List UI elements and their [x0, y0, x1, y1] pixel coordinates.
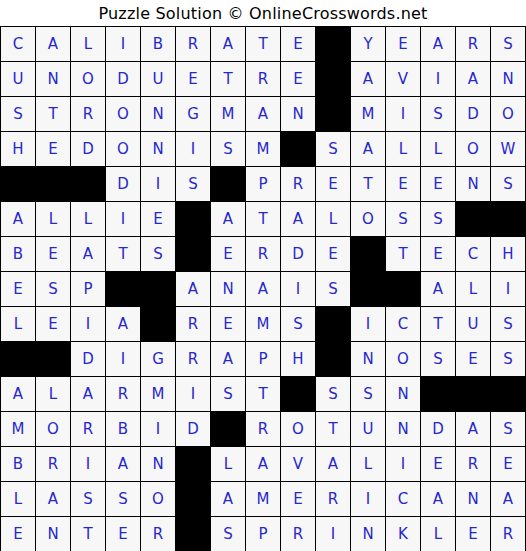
letter-cell: R [36, 447, 71, 482]
letter-cell: A [211, 27, 246, 62]
letter-cell: E [281, 62, 316, 97]
letter-cell: N [351, 342, 386, 377]
letter-cell: T [211, 62, 246, 97]
letter-cell: U [141, 62, 176, 97]
letter-cell: S [316, 132, 351, 167]
letter-cell: B [1, 447, 36, 482]
letter-cell: E [316, 237, 351, 272]
letter-cell: R [141, 517, 176, 551]
black-cell [176, 517, 211, 551]
letter-cell: L [211, 447, 246, 482]
letter-cell: E [456, 517, 491, 551]
letter-cell: E [36, 237, 71, 272]
black-cell [36, 342, 71, 377]
letter-cell: N [386, 377, 421, 412]
letter-cell: A [246, 447, 281, 482]
letter-cell: O [491, 97, 526, 132]
black-cell [316, 97, 351, 132]
letter-cell: R [281, 517, 316, 551]
letter-cell: L [71, 27, 106, 62]
letter-cell: E [176, 62, 211, 97]
letter-cell: A [211, 202, 246, 237]
letter-cell: S [176, 167, 211, 202]
letter-cell: I [141, 412, 176, 447]
letter-cell: N [456, 167, 491, 202]
letter-cell: S [211, 132, 246, 167]
letter-cell: E [421, 447, 456, 482]
black-cell [36, 167, 71, 202]
black-cell [176, 482, 211, 517]
crossword-grid: CALIBRATEYEARSUNODUETREAVIANSTRONGMANMIS… [0, 26, 526, 551]
black-cell [421, 377, 456, 412]
letter-cell: E [36, 132, 71, 167]
letter-cell: E [211, 307, 246, 342]
letter-cell: N [386, 412, 421, 447]
letter-cell: D [106, 62, 141, 97]
letter-cell: S [351, 377, 386, 412]
letter-cell: T [106, 237, 141, 272]
letter-cell: I [106, 342, 141, 377]
black-cell [141, 307, 176, 342]
letter-cell: S [141, 237, 176, 272]
letter-cell: A [316, 447, 351, 482]
letter-cell: N [456, 482, 491, 517]
letter-cell: S [71, 482, 106, 517]
letter-cell: S [421, 97, 456, 132]
letter-cell: U [351, 412, 386, 447]
letter-cell: D [71, 132, 106, 167]
letter-cell: L [36, 202, 71, 237]
letter-cell: L [421, 132, 456, 167]
letter-cell: A [421, 27, 456, 62]
letter-cell: I [491, 272, 526, 307]
letter-cell: S [211, 377, 246, 412]
black-cell [1, 167, 36, 202]
black-cell [211, 167, 246, 202]
black-cell [386, 272, 421, 307]
letter-cell: E [316, 167, 351, 202]
letter-cell: P [246, 167, 281, 202]
black-cell [316, 307, 351, 342]
black-cell [491, 202, 526, 237]
letter-cell: A [351, 132, 386, 167]
letter-cell: B [1, 237, 36, 272]
letter-cell: I [176, 132, 211, 167]
black-cell [316, 27, 351, 62]
black-cell [71, 167, 106, 202]
letter-cell: D [106, 167, 141, 202]
letter-cell: L [36, 377, 71, 412]
letter-cell: E [106, 517, 141, 551]
letter-cell: L [386, 132, 421, 167]
letter-cell: D [281, 237, 316, 272]
letter-cell: S [421, 202, 456, 237]
letter-cell: N [36, 62, 71, 97]
letter-cell: S [491, 342, 526, 377]
letter-cell: T [246, 377, 281, 412]
letter-cell: K [386, 517, 421, 551]
letter-cell: S [316, 272, 351, 307]
letter-cell: R [316, 482, 351, 517]
letter-cell: S [491, 27, 526, 62]
letter-cell: O [281, 412, 316, 447]
letter-cell: A [176, 272, 211, 307]
letter-cell: V [386, 62, 421, 97]
letter-cell: R [246, 412, 281, 447]
letter-cell: S [281, 307, 316, 342]
letter-cell: S [1, 97, 36, 132]
letter-cell: R [71, 412, 106, 447]
letter-cell: O [386, 342, 421, 377]
letter-cell: A [71, 237, 106, 272]
black-cell [351, 272, 386, 307]
letter-cell: N [141, 132, 176, 167]
letter-cell: S [316, 377, 351, 412]
letter-cell: C [386, 307, 421, 342]
letter-cell: S [36, 272, 71, 307]
black-cell [456, 202, 491, 237]
letter-cell: A [351, 62, 386, 97]
letter-cell: T [246, 202, 281, 237]
letter-cell: A [1, 377, 36, 412]
letter-cell: A [71, 377, 106, 412]
letter-cell: U [456, 307, 491, 342]
letter-cell: R [456, 447, 491, 482]
letter-cell: M [246, 132, 281, 167]
letter-cell: I [71, 307, 106, 342]
letter-cell: P [71, 272, 106, 307]
black-cell [176, 202, 211, 237]
black-cell [281, 132, 316, 167]
black-cell [491, 377, 526, 412]
letter-cell: T [36, 97, 71, 132]
letter-cell: R [71, 97, 106, 132]
letter-cell: E [386, 27, 421, 62]
letter-cell: T [246, 27, 281, 62]
letter-cell: V [281, 447, 316, 482]
letter-cell: U [1, 62, 36, 97]
letter-cell: M [351, 97, 386, 132]
letter-cell: I [386, 97, 421, 132]
black-cell [316, 342, 351, 377]
letter-cell: D [421, 412, 456, 447]
letter-cell: M [211, 97, 246, 132]
letter-cell: A [421, 272, 456, 307]
letter-cell: D [456, 97, 491, 132]
letter-cell: L [1, 482, 36, 517]
letter-cell: R [456, 27, 491, 62]
letter-cell: E [386, 167, 421, 202]
letter-cell: A [421, 482, 456, 517]
letter-cell: I [386, 447, 421, 482]
black-cell [456, 377, 491, 412]
letter-cell: O [106, 132, 141, 167]
letter-cell: A [456, 412, 491, 447]
letter-cell: N [141, 447, 176, 482]
letter-cell: A [246, 97, 281, 132]
black-cell [176, 447, 211, 482]
letter-cell: S [106, 482, 141, 517]
letter-cell: T [351, 167, 386, 202]
letter-cell: L [316, 202, 351, 237]
letter-cell: A [1, 202, 36, 237]
letter-cell: L [456, 272, 491, 307]
letter-cell: H [1, 132, 36, 167]
letter-cell: S [491, 412, 526, 447]
letter-cell: R [176, 307, 211, 342]
letter-cell: M [141, 377, 176, 412]
letter-cell: A [246, 272, 281, 307]
letter-cell: O [456, 132, 491, 167]
letter-cell: O [106, 97, 141, 132]
letter-cell: I [176, 377, 211, 412]
letter-cell: D [71, 342, 106, 377]
letter-cell: O [351, 202, 386, 237]
letter-cell: A [281, 202, 316, 237]
letter-cell: E [211, 237, 246, 272]
letter-cell: O [36, 412, 71, 447]
letter-cell: E [36, 307, 71, 342]
letter-cell: N [281, 97, 316, 132]
letter-cell: T [386, 237, 421, 272]
letter-cell: B [106, 412, 141, 447]
letter-cell: N [491, 62, 526, 97]
letter-cell: S [421, 342, 456, 377]
letter-cell: R [491, 517, 526, 551]
letter-cell: W [491, 132, 526, 167]
letter-cell: N [141, 97, 176, 132]
letter-cell: B [141, 27, 176, 62]
letter-cell: C [456, 237, 491, 272]
letter-cell: I [71, 447, 106, 482]
letter-cell: O [71, 62, 106, 97]
letter-cell: E [1, 517, 36, 551]
letter-cell: Y [351, 27, 386, 62]
black-cell [211, 412, 246, 447]
letter-cell: R [246, 62, 281, 97]
black-cell [351, 237, 386, 272]
letter-cell: N [36, 517, 71, 551]
letter-cell: I [316, 517, 351, 551]
letter-cell: H [281, 342, 316, 377]
letter-cell: T [71, 517, 106, 551]
letter-cell: I [106, 27, 141, 62]
letter-cell: A [106, 307, 141, 342]
letter-cell: R [106, 377, 141, 412]
letter-cell: O [141, 482, 176, 517]
letter-cell: A [211, 482, 246, 517]
letter-cell: L [1, 307, 36, 342]
letter-cell: G [141, 342, 176, 377]
letter-cell: E [281, 482, 316, 517]
letter-cell: S [386, 202, 421, 237]
black-cell [176, 237, 211, 272]
letter-cell: L [71, 202, 106, 237]
letter-cell: E [421, 167, 456, 202]
letter-cell: A [106, 447, 141, 482]
page-title: Puzzle Solution © OnlineCrosswords.net [0, 0, 526, 26]
letter-cell: A [211, 342, 246, 377]
letter-cell: D [176, 412, 211, 447]
letter-cell: P [246, 342, 281, 377]
letter-cell: G [176, 97, 211, 132]
letter-cell: I [351, 307, 386, 342]
letter-cell: R [246, 237, 281, 272]
letter-cell: M [1, 412, 36, 447]
letter-cell: A [491, 482, 526, 517]
letter-cell: S [211, 517, 246, 551]
letter-cell: E [141, 202, 176, 237]
black-cell [106, 272, 141, 307]
letter-cell: S [491, 167, 526, 202]
letter-cell: E [491, 447, 526, 482]
letter-cell: I [141, 167, 176, 202]
letter-cell: I [281, 272, 316, 307]
letter-cell: L [421, 517, 456, 551]
letter-cell: S [491, 307, 526, 342]
letter-cell: C [1, 27, 36, 62]
letter-cell: R [176, 342, 211, 377]
letter-cell: R [176, 27, 211, 62]
letter-cell: E [281, 27, 316, 62]
black-cell [1, 342, 36, 377]
black-cell [281, 377, 316, 412]
letter-cell: I [421, 62, 456, 97]
letter-cell: A [36, 27, 71, 62]
black-cell [141, 272, 176, 307]
letter-cell: I [106, 202, 141, 237]
letter-cell: M [246, 482, 281, 517]
letter-cell: R [281, 167, 316, 202]
letter-cell: N [351, 517, 386, 551]
letter-cell: E [456, 342, 491, 377]
letter-cell: N [211, 272, 246, 307]
letter-cell: A [456, 62, 491, 97]
letter-cell: C [386, 482, 421, 517]
letter-cell: I [351, 482, 386, 517]
letter-cell: L [351, 447, 386, 482]
black-cell [316, 62, 351, 97]
letter-cell: T [421, 307, 456, 342]
letter-cell: T [316, 412, 351, 447]
letter-cell: E [421, 237, 456, 272]
letter-cell: A [36, 482, 71, 517]
letter-cell: E [1, 272, 36, 307]
letter-cell: P [246, 517, 281, 551]
letter-cell: H [491, 237, 526, 272]
letter-cell: M [246, 307, 281, 342]
